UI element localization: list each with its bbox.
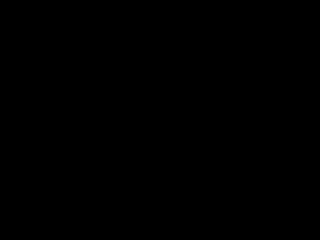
- player-top-status-dot: [224, 10, 232, 18]
- letterbox-right: [233, 0, 320, 180]
- trophy-icon: [93, 9, 100, 17]
- chess-board: [90, 20, 232, 162]
- player-bottom-status-dot: [225, 163, 232, 170]
- video-frame: [0, 0, 320, 180]
- player-top: [90, 9, 100, 17]
- letterbox-left: [0, 0, 88, 180]
